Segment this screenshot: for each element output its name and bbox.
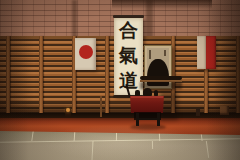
stall-bars-post [105,36,109,117]
japan-flag [75,38,96,70]
altar-red-cloth [130,96,164,113]
stall-bars-post [39,36,43,117]
aikido-scroll: 合 氣 道 [114,15,143,99]
kanji-ai: 合 [114,18,143,43]
wall-seam [72,0,77,38]
portrait-calligraphy-mark [164,50,166,56]
kanji-ki: 氣 [114,43,143,68]
poland-flag-white [197,36,206,69]
candle-glow [66,108,70,112]
poland-flag [197,36,216,69]
dojo-photograph: 合 氣 道 [0,0,240,160]
small-object [196,108,200,116]
floor-light-reflection [40,124,200,160]
wooden-stick [100,96,102,117]
wall-shadow [112,0,212,9]
wall-corner-shade [200,0,240,40]
candle-lantern [65,107,71,117]
portrait-calligraphy-mark [149,50,151,59]
altar-cloth-top [131,96,163,98]
shade-left [0,36,34,118]
japan-flag-disc [79,45,93,59]
poland-flag-red [206,36,216,69]
altar-leg-rail [136,118,160,120]
scroll-paper: 合 氣 道 [114,18,143,96]
small-box [220,106,229,115]
